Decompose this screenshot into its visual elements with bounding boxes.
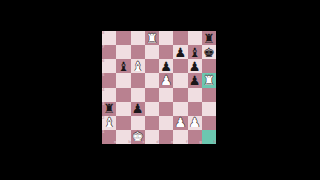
piece-black-pawn-f7[interactable]: ♟ (175, 45, 187, 58)
square-h2[interactable] (202, 116, 216, 130)
square-f3[interactable] (173, 102, 187, 116)
square-g2[interactable]: ♟ (188, 116, 202, 130)
piece-black-bishop-g7[interactable]: ♝ (189, 45, 201, 58)
square-b4[interactable] (116, 88, 130, 102)
square-f4[interactable] (173, 88, 187, 102)
square-c2[interactable] (131, 116, 145, 130)
square-h8[interactable]: ♜ (202, 31, 216, 45)
piece-white-king-c1[interactable]: ♚ (132, 130, 144, 143)
square-f1[interactable]: f (173, 130, 187, 144)
square-a3[interactable]: 3♜ (102, 102, 116, 116)
piece-white-bishop-c6[interactable]: ♝ (132, 59, 144, 72)
piece-white-bishop-a2[interactable]: ♝ (103, 116, 115, 129)
square-e7[interactable] (159, 45, 173, 59)
piece-white-rook-h5[interactable]: ♜ (203, 73, 215, 86)
piece-black-pawn-c3[interactable]: ♟ (132, 102, 144, 115)
square-h5[interactable]: ♜ (202, 73, 216, 87)
square-g5[interactable]: ♟ (188, 73, 202, 87)
piece-white-rook-d8[interactable]: ♜ (146, 31, 158, 44)
square-c5[interactable] (131, 73, 145, 87)
square-e6[interactable]: ♟ (159, 59, 173, 73)
square-g6[interactable]: ♟ (188, 59, 202, 73)
square-b7[interactable] (116, 45, 130, 59)
piece-black-bishop-b6[interactable]: ♝ (118, 59, 130, 72)
square-d1[interactable]: d (145, 130, 159, 144)
square-g8[interactable] (188, 31, 202, 45)
piece-white-pawn-f2[interactable]: ♟ (175, 116, 187, 129)
piece-black-pawn-g5[interactable]: ♟ (189, 73, 201, 86)
square-d8[interactable]: ♜ (145, 31, 159, 45)
square-b2[interactable] (116, 116, 130, 130)
square-h3[interactable] (202, 102, 216, 116)
piece-white-pawn-g2[interactable]: ♟ (189, 116, 201, 129)
app-background: 8♜♜7♟♝♚6♝♝♟♟5♟♟♜43♜♟2♝♟♟1abc♚defgh (0, 0, 320, 180)
file-label-h: h (213, 140, 216, 144)
rank-label-1: 1 (102, 130, 105, 134)
square-c6[interactable]: ♝ (131, 59, 145, 73)
square-c3[interactable]: ♟ (131, 102, 145, 116)
square-b8[interactable] (116, 31, 130, 45)
square-e3[interactable] (159, 102, 173, 116)
piece-black-pawn-g6[interactable]: ♟ (189, 59, 201, 72)
square-d7[interactable] (145, 45, 159, 59)
square-b6[interactable]: ♝ (116, 59, 130, 73)
square-g1[interactable]: g (188, 130, 202, 144)
piece-black-pawn-e6[interactable]: ♟ (160, 59, 172, 72)
square-h1[interactable]: h (202, 130, 216, 144)
square-c8[interactable] (131, 31, 145, 45)
rank-label-6: 6 (102, 59, 105, 63)
square-a5[interactable]: 5 (102, 73, 116, 87)
square-d3[interactable] (145, 102, 159, 116)
piece-black-king-h7[interactable]: ♚ (203, 45, 215, 58)
chess-board: 8♜♜7♟♝♚6♝♝♟♟5♟♟♜43♜♟2♝♟♟1abc♚defgh (102, 31, 216, 144)
square-e5[interactable]: ♟ (159, 73, 173, 87)
square-f8[interactable] (173, 31, 187, 45)
square-b3[interactable] (116, 102, 130, 116)
piece-black-rook-a3[interactable]: ♜ (103, 102, 115, 115)
rank-label-5: 5 (102, 73, 105, 77)
square-f7[interactable]: ♟ (173, 45, 187, 59)
rank-label-7: 7 (102, 45, 105, 49)
square-b1[interactable]: b (116, 130, 130, 144)
square-h7[interactable]: ♚ (202, 45, 216, 59)
rank-label-4: 4 (102, 88, 105, 92)
square-a4[interactable]: 4 (102, 88, 116, 102)
square-h4[interactable] (202, 88, 216, 102)
square-c4[interactable] (131, 88, 145, 102)
square-c1[interactable]: c♚ (131, 130, 145, 144)
square-d4[interactable] (145, 88, 159, 102)
rank-label-8: 8 (102, 31, 105, 35)
piece-white-pawn-e5[interactable]: ♟ (160, 73, 172, 86)
square-d5[interactable] (145, 73, 159, 87)
square-d2[interactable] (145, 116, 159, 130)
square-g7[interactable]: ♝ (188, 45, 202, 59)
square-e8[interactable] (159, 31, 173, 45)
square-a6[interactable]: 6 (102, 59, 116, 73)
square-e1[interactable]: e (159, 130, 173, 144)
square-a8[interactable]: 8 (102, 31, 116, 45)
square-f5[interactable] (173, 73, 187, 87)
square-g4[interactable] (188, 88, 202, 102)
square-g3[interactable] (188, 102, 202, 116)
square-a2[interactable]: 2♝ (102, 116, 116, 130)
square-f2[interactable]: ♟ (173, 116, 187, 130)
piece-black-rook-h8[interactable]: ♜ (203, 31, 215, 44)
square-a7[interactable]: 7 (102, 45, 116, 59)
square-h6[interactable] (202, 59, 216, 73)
square-d6[interactable] (145, 59, 159, 73)
square-c7[interactable] (131, 45, 145, 59)
square-a1[interactable]: 1a (102, 130, 116, 144)
square-f6[interactable] (173, 59, 187, 73)
square-e2[interactable] (159, 116, 173, 130)
square-e4[interactable] (159, 88, 173, 102)
square-b5[interactable] (116, 73, 130, 87)
